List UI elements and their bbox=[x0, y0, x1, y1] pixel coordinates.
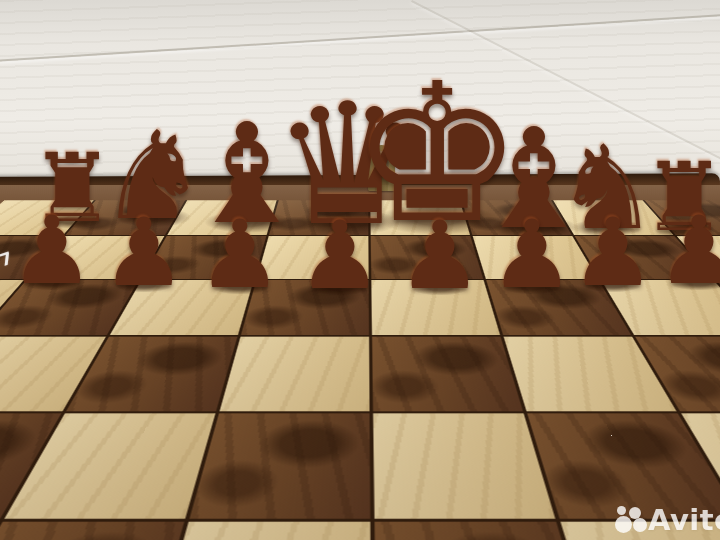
board-grid bbox=[0, 200, 720, 540]
square-d8 bbox=[269, 200, 368, 234]
avito-text: Avito bbox=[648, 503, 720, 537]
square-d6 bbox=[241, 280, 369, 336]
square-c3 bbox=[0, 521, 184, 540]
chess-board bbox=[0, 185, 720, 540]
square-e4 bbox=[373, 413, 555, 518]
avito-logo-icon bbox=[614, 502, 648, 538]
wall-plank-seam bbox=[0, 14, 720, 62]
square-d7 bbox=[257, 236, 369, 279]
avito-watermark: Avito bbox=[614, 502, 720, 538]
square-c7 bbox=[142, 236, 266, 279]
square-e7 bbox=[371, 236, 483, 279]
photo-stage: 7 ♜♞♝♛♚♝♞♜♟♟♟♟♟♟♟♟ Avito bbox=[0, 0, 720, 540]
brass-clasp-icon bbox=[368, 145, 395, 191]
square-e8 bbox=[370, 200, 470, 234]
square-c8 bbox=[167, 200, 276, 234]
square-e6 bbox=[371, 280, 500, 336]
square-e5 bbox=[372, 337, 523, 412]
square-d5 bbox=[220, 337, 370, 412]
square-d4 bbox=[190, 413, 371, 518]
square-f8 bbox=[462, 200, 572, 234]
